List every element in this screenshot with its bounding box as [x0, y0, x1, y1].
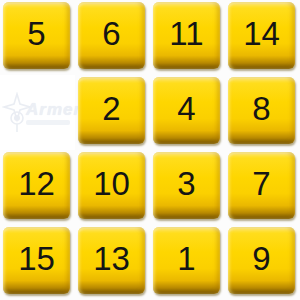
- cell-r4c2: 13: [75, 225, 150, 300]
- tile-2[interactable]: 2: [78, 77, 145, 144]
- cell-r1c1: 5: [0, 0, 75, 75]
- tile-number: 11: [169, 17, 203, 50]
- tile-number: 5: [27, 17, 45, 50]
- tile-12[interactable]: 12: [3, 152, 70, 219]
- tile-8[interactable]: 8: [228, 77, 295, 144]
- cell-r3c3: 3: [150, 150, 225, 225]
- tile-7[interactable]: 7: [228, 152, 295, 219]
- cell-r4c1: 15: [0, 225, 75, 300]
- tile-number: 8: [252, 92, 270, 125]
- tile-number: 15: [18, 242, 55, 275]
- tile-13[interactable]: 13: [78, 227, 145, 294]
- puzzle-board: 561114Armen248121037151319: [0, 0, 300, 300]
- tile-number: 7: [252, 167, 270, 200]
- empty-cell: Armen: [0, 75, 75, 150]
- tile-6[interactable]: 6: [78, 2, 145, 69]
- tile-number: 4: [177, 92, 195, 125]
- tile-number: 2: [102, 92, 120, 125]
- tile-3[interactable]: 3: [153, 152, 220, 219]
- watermark: Armen: [2, 89, 72, 137]
- cell-r1c2: 6: [75, 0, 150, 75]
- cell-r4c3: 1: [150, 225, 225, 300]
- tile-number: 1: [177, 242, 195, 275]
- tile-number: 14: [243, 17, 280, 50]
- tile-1[interactable]: 1: [153, 227, 220, 294]
- cell-r1c3: 11: [150, 0, 225, 75]
- tile-15[interactable]: 15: [3, 227, 70, 294]
- cell-r2c2: 2: [75, 75, 150, 150]
- cell-r2c4: 8: [225, 75, 300, 150]
- tile-number: 12: [18, 167, 55, 200]
- tile-number: 6: [102, 17, 120, 50]
- cell-r3c4: 7: [225, 150, 300, 225]
- cell-r4c4: 9: [225, 225, 300, 300]
- tile-number: 3: [177, 167, 195, 200]
- compass-star-icon: [2, 92, 32, 134]
- tile-number: 13: [93, 242, 130, 275]
- tile-5[interactable]: 5: [3, 2, 70, 69]
- tile-14[interactable]: 14: [228, 2, 295, 69]
- tile-number: 10: [93, 167, 130, 200]
- tile-number: 9: [252, 242, 270, 275]
- cell-r3c2: 10: [75, 150, 150, 225]
- watermark-tagline: [26, 120, 70, 125]
- tile-11[interactable]: 11: [153, 2, 220, 69]
- puzzle-stage: 561114Armen248121037151319: [0, 0, 300, 300]
- cell-r2c3: 4: [150, 75, 225, 150]
- tile-4[interactable]: 4: [153, 77, 220, 144]
- cell-r1c4: 14: [225, 0, 300, 75]
- tile-9[interactable]: 9: [228, 227, 295, 294]
- tile-10[interactable]: 10: [78, 152, 145, 219]
- cell-r3c1: 12: [0, 150, 75, 225]
